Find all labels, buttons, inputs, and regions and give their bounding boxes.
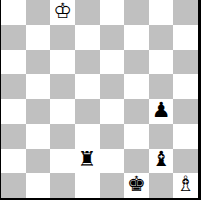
square-e2[interactable] (100, 149, 125, 174)
square-b5[interactable] (26, 74, 51, 99)
square-b8[interactable] (26, 0, 51, 25)
square-c4[interactable] (50, 99, 75, 124)
square-c2[interactable] (50, 149, 75, 174)
square-a6[interactable] (1, 50, 26, 75)
square-g4[interactable]: ♟ (149, 99, 174, 124)
square-a3[interactable] (1, 124, 26, 149)
square-g7[interactable] (149, 25, 174, 50)
square-f8[interactable] (124, 0, 149, 25)
square-e4[interactable] (100, 99, 125, 124)
square-h3[interactable] (173, 124, 198, 149)
square-h2[interactable] (173, 149, 198, 174)
white-king-piece[interactable]: ♔ (53, 1, 72, 22)
square-b1[interactable] (26, 173, 51, 198)
square-f2[interactable] (124, 149, 149, 174)
square-h8[interactable] (173, 0, 198, 25)
square-b3[interactable] (26, 124, 51, 149)
square-g6[interactable] (149, 50, 174, 75)
black-pawn-piece[interactable]: ♟ (152, 100, 171, 121)
square-d7[interactable] (75, 25, 100, 50)
black-rook-piece[interactable]: ♜ (78, 149, 97, 170)
square-h1[interactable]: ♗ (173, 173, 198, 198)
square-d8[interactable] (75, 0, 100, 25)
square-g8[interactable] (149, 0, 174, 25)
square-f1[interactable]: ♚ (124, 173, 149, 198)
square-g3[interactable] (149, 124, 174, 149)
square-b2[interactable] (26, 149, 51, 174)
black-king-piece[interactable]: ♚ (127, 174, 146, 195)
square-h7[interactable] (173, 25, 198, 50)
square-h4[interactable] (173, 99, 198, 124)
square-e5[interactable] (100, 74, 125, 99)
square-h6[interactable] (173, 50, 198, 75)
square-e8[interactable] (100, 0, 125, 25)
black-bishop-piece[interactable]: ♝ (152, 149, 171, 170)
square-a7[interactable] (1, 25, 26, 50)
square-c6[interactable] (50, 50, 75, 75)
square-e7[interactable] (100, 25, 125, 50)
square-d5[interactable] (75, 74, 100, 99)
square-a1[interactable] (1, 173, 26, 198)
square-a4[interactable] (1, 99, 26, 124)
square-a5[interactable] (1, 74, 26, 99)
square-d4[interactable] (75, 99, 100, 124)
square-e6[interactable] (100, 50, 125, 75)
chess-board: ♔♟♜♝♚♗ (0, 0, 201, 200)
square-c1[interactable] (50, 173, 75, 198)
square-a8[interactable] (1, 0, 26, 25)
chess-diagram: ♔♟♜♝♚♗ (0, 0, 202, 202)
square-c5[interactable] (50, 74, 75, 99)
square-d3[interactable] (75, 124, 100, 149)
square-b7[interactable] (26, 25, 51, 50)
square-f7[interactable] (124, 25, 149, 50)
square-c8[interactable]: ♔ (50, 0, 75, 25)
square-g1[interactable] (149, 173, 174, 198)
square-d2[interactable]: ♜ (75, 149, 100, 174)
square-e1[interactable] (100, 173, 125, 198)
square-f6[interactable] (124, 50, 149, 75)
white-bishop-piece[interactable]: ♗ (176, 174, 195, 195)
square-b6[interactable] (26, 50, 51, 75)
square-h5[interactable] (173, 74, 198, 99)
square-g2[interactable]: ♝ (149, 149, 174, 174)
square-f5[interactable] (124, 74, 149, 99)
square-c3[interactable] (50, 124, 75, 149)
square-d6[interactable] (75, 50, 100, 75)
square-e3[interactable] (100, 124, 125, 149)
square-d1[interactable] (75, 173, 100, 198)
square-g5[interactable] (149, 74, 174, 99)
square-b4[interactable] (26, 99, 51, 124)
square-f3[interactable] (124, 124, 149, 149)
square-f4[interactable] (124, 99, 149, 124)
square-a2[interactable] (1, 149, 26, 174)
square-c7[interactable] (50, 25, 75, 50)
